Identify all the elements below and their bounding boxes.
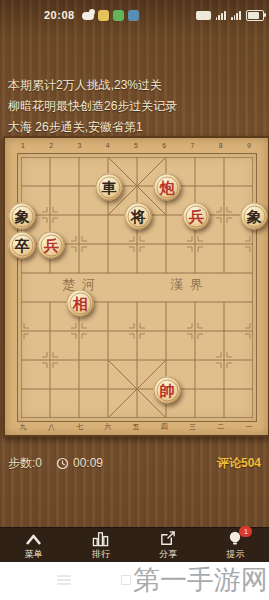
bar-chart-icon <box>91 530 110 547</box>
file-label: 九 <box>19 422 27 432</box>
file-label: 七 <box>76 422 84 432</box>
file-label: 8 <box>217 141 225 151</box>
file-label: 六 <box>104 422 112 432</box>
piece-black-elephant[interactable]: 象 <box>241 203 268 230</box>
file-label: 5 <box>132 141 140 151</box>
piece-black-general[interactable]: 将 <box>125 203 152 230</box>
challenge-info: 本期累计2万人挑战,23%过关 柳暗花明最快创造26步过关记录 大海 26步通关… <box>8 75 177 138</box>
info-line-participants: 本期累计2万人挑战,23%过关 <box>8 75 177 96</box>
watermark-logo-icon <box>121 575 131 585</box>
file-label: 4 <box>104 141 112 151</box>
board-grid[interactable]: 楚河 漢界 車炮象将兵象卒兵相帥 <box>17 153 257 422</box>
pieces-layer: 車炮象将兵象卒兵相帥 <box>22 158 254 419</box>
notification-app-icon-green <box>113 10 124 21</box>
nav-item-share[interactable]: 分享 <box>135 528 202 562</box>
signal-icon-sim2 <box>231 10 241 20</box>
nav-label: 排行 <box>92 548 110 561</box>
move-info-bar: 步数:0 00:09 评论504 <box>0 450 269 476</box>
file-label: 1 <box>19 141 27 151</box>
notification-weather-icon <box>82 12 94 20</box>
nav-item-menu[interactable]: 菜单 <box>0 528 67 562</box>
piece-red-cannon[interactable]: 炮 <box>154 174 181 201</box>
app-screen: 20:08 本期累计2万人挑战,23%过关 柳暗花明最快创造26步过关记录 大海… <box>0 0 269 600</box>
notification-app-icon-gold <box>98 10 109 21</box>
nav-label: 提示 <box>226 548 244 561</box>
piece-red-soldier[interactable]: 兵 <box>183 203 210 230</box>
piece-red-general[interactable]: 帥 <box>154 377 181 404</box>
clock-icon <box>56 457 69 470</box>
file-label: 9 <box>245 141 253 151</box>
file-label: 四 <box>160 422 168 432</box>
info-line-best-player: 大海 26步通关,安徽省第1 <box>8 117 177 138</box>
bottom-nav-bar: 菜单 排行 分享 <box>0 527 269 562</box>
nav-label: 菜单 <box>25 548 43 561</box>
battery-icon <box>246 10 264 21</box>
nav-item-ranking[interactable]: 排行 <box>67 528 134 562</box>
comments-link[interactable]: 评论504 <box>217 455 261 472</box>
watermark-text: 第一手游网 <box>133 562 268 598</box>
notification-app-icon-blue <box>128 10 139 21</box>
file-labels-top: 123456789 <box>19 141 253 151</box>
piece-black-chariot[interactable]: 車 <box>96 174 123 201</box>
status-bar: 20:08 <box>0 5 264 25</box>
file-label: 6 <box>160 141 168 151</box>
file-label: 八 <box>47 422 55 432</box>
file-label: 7 <box>189 141 197 151</box>
xiangqi-board[interactable]: 123456789 楚河 漢界 車炮象将兵象卒兵相帥 九八七六五四三二一 <box>3 136 269 437</box>
signal-icon-sim1 <box>216 10 226 20</box>
faint-menu-icon <box>57 575 71 587</box>
piece-black-elephant[interactable]: 象 <box>9 203 36 230</box>
piece-red-soldier[interactable]: 兵 <box>38 232 65 259</box>
lightbulb-icon: 1 <box>227 530 243 547</box>
file-label: 二 <box>217 422 225 432</box>
file-label: 2 <box>47 141 55 151</box>
chevron-up-icon <box>24 530 43 547</box>
hint-badge: 1 <box>239 526 252 537</box>
elapsed-time: 00:09 <box>73 456 103 470</box>
network-speed-indicator <box>196 11 211 20</box>
clock-time: 20:08 <box>44 9 75 21</box>
file-label: 3 <box>76 141 84 151</box>
file-label: 三 <box>189 422 197 432</box>
file-label: 一 <box>245 422 253 432</box>
watermark-strip: 第一手游网 <box>0 562 269 600</box>
piece-red-elephant[interactable]: 相 <box>67 290 94 317</box>
share-icon <box>159 530 177 547</box>
file-label: 五 <box>132 422 140 432</box>
nav-item-hint[interactable]: 1 提示 <box>202 528 269 562</box>
nav-label: 分享 <box>159 548 177 561</box>
step-counter: 步数:0 <box>8 455 42 472</box>
info-line-record: 柳暗花明最快创造26步过关记录 <box>8 96 177 117</box>
piece-black-soldier[interactable]: 卒 <box>9 232 36 259</box>
file-labels-bottom: 九八七六五四三二一 <box>19 422 253 432</box>
